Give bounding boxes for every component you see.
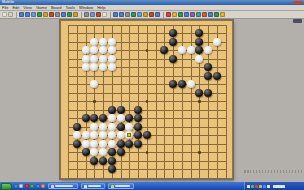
black-stone: [108, 165, 116, 173]
task-button-label: [55, 185, 73, 187]
black-stone: [117, 123, 125, 131]
quick-launch: [12, 184, 45, 188]
white-stone: [99, 46, 107, 54]
quicklaunch-icon-4[interactable]: [36, 184, 40, 188]
grid-line-v: [173, 25, 174, 179]
task-button-icon: [51, 185, 54, 188]
white-stone: [108, 63, 116, 71]
toolbar-icon-23[interactable]: [155, 12, 160, 17]
black-stone: [108, 106, 116, 114]
black-stone: [73, 140, 81, 148]
white-stone: [99, 123, 107, 131]
toolbar-icon-2[interactable]: [19, 12, 24, 17]
menu-item-help[interactable]: Help: [97, 5, 105, 11]
toolbar-icon-8[interactable]: [55, 12, 60, 17]
quicklaunch-icon-3[interactable]: [30, 184, 34, 188]
black-stone: [125, 114, 133, 122]
black-stone: [82, 114, 90, 122]
black-stone: [108, 157, 116, 165]
toolbar-icon-26[interactable]: [178, 12, 183, 17]
hoshi-point: [146, 100, 149, 103]
white-stone: [108, 140, 116, 148]
black-stone: [108, 148, 116, 156]
tray-icon-5[interactable]: [267, 185, 270, 188]
last-move-marker: [127, 133, 131, 137]
white-stone: [204, 46, 212, 54]
tray-icons: [247, 185, 271, 188]
grid-line-v: [156, 25, 157, 179]
task-button-icon: [111, 185, 114, 188]
black-stone: [99, 157, 107, 165]
toolbar-icon-3[interactable]: [25, 12, 30, 17]
white-stone: [108, 55, 116, 63]
toolbar-icon-15[interactable]: [102, 12, 107, 17]
black-stone: [117, 106, 125, 114]
toolbar-separator: [163, 12, 164, 18]
black-stone: [169, 55, 177, 63]
menu-item-window[interactable]: Window: [79, 5, 93, 11]
black-stone: [204, 72, 212, 80]
toolbar-icon-30[interactable]: [202, 12, 207, 17]
tray-icon-2[interactable]: [255, 185, 258, 188]
white-stone: [90, 38, 98, 46]
white-stone: [82, 55, 90, 63]
panel-chip: [293, 19, 302, 23]
black-stone: [195, 89, 203, 97]
start-button[interactable]: [1, 183, 12, 190]
toolbar-icon-7[interactable]: [49, 12, 54, 17]
quicklaunch-icon-2[interactable]: [25, 184, 29, 188]
black-stone: [134, 140, 142, 148]
white-stone: [117, 131, 125, 139]
white-stone: [90, 131, 98, 139]
tray-icon-3[interactable]: [259, 185, 262, 188]
white-stone: [108, 114, 116, 122]
toolbar-icon-16[interactable]: [113, 12, 118, 17]
white-stone: [99, 63, 107, 71]
toolbar-icon-13[interactable]: [90, 12, 95, 17]
black-stone: [117, 148, 125, 156]
grid-line-h: [68, 178, 227, 179]
toolbar-icon-4[interactable]: [31, 12, 36, 17]
toolbar-icon-17[interactable]: [119, 12, 124, 17]
black-stone: [160, 46, 168, 54]
white-stone: [108, 46, 116, 54]
window-controls[interactable]: [293, 1, 303, 4]
task-buttons: [45, 183, 134, 189]
toolbar-icon-10[interactable]: [67, 12, 72, 17]
black-stone: [169, 29, 177, 37]
white-stone: [90, 55, 98, 63]
black-stone: [73, 123, 81, 131]
toolbar-separator: [110, 12, 111, 18]
go-board[interactable]: [60, 20, 233, 179]
menu-item-board[interactable]: Board: [51, 5, 62, 11]
hoshi-point: [93, 100, 96, 103]
white-stone: [82, 46, 90, 54]
toolbar-icon-32[interactable]: [214, 12, 219, 17]
toolbar-icon-22[interactable]: [149, 12, 154, 17]
toolbar-icon-28[interactable]: [190, 12, 195, 17]
taskbar-clock: [273, 185, 285, 188]
black-stone: [134, 131, 142, 139]
quicklaunch-icon-1[interactable]: [19, 184, 23, 188]
grid-line-v: [217, 25, 218, 179]
white-stone: [99, 55, 107, 63]
toolbar-icon-1[interactable]: [8, 12, 13, 17]
tray-icon-4[interactable]: [263, 185, 266, 188]
hoshi-point: [146, 151, 149, 154]
grid-line-v: [226, 25, 227, 179]
white-stone: [213, 38, 221, 46]
toolbar-icon-24[interactable]: [166, 12, 171, 17]
toolbar-icon-29[interactable]: [196, 12, 201, 17]
menu-item-file[interactable]: File: [2, 5, 8, 11]
toolbar-separator: [16, 12, 17, 18]
white-stone: [99, 38, 107, 46]
white-stone: [99, 148, 107, 156]
hoshi-point: [198, 100, 201, 103]
toolbar-icon-5[interactable]: [37, 12, 42, 17]
toolbar-icon-14[interactable]: [96, 12, 101, 17]
white-stone: [187, 46, 195, 54]
app-window: MultiGo FileEditViewGameBoardToolsWindow…: [0, 0, 304, 190]
toolbar-icon-27[interactable]: [184, 12, 189, 17]
grid-line-h: [68, 110, 227, 111]
hoshi-point: [198, 151, 201, 154]
white-stone: [125, 123, 133, 131]
toolbar-icon-25[interactable]: [172, 12, 177, 17]
black-stone: [178, 80, 186, 88]
tray-icon-1[interactable]: [251, 185, 254, 188]
menu-item-view[interactable]: View: [23, 5, 32, 11]
toolbar-icon-11[interactable]: [73, 12, 78, 17]
menu-item-tools[interactable]: Tools: [66, 5, 75, 11]
white-stone: [90, 123, 98, 131]
black-stone: [169, 38, 177, 46]
white-stone: [108, 131, 116, 139]
white-stone: [90, 80, 98, 88]
toolbar-icon-19[interactable]: [131, 12, 136, 17]
white-stone: [90, 148, 98, 156]
task-button-icon: [84, 185, 87, 188]
task-button-0[interactable]: [48, 183, 78, 189]
white-stone: [90, 46, 98, 54]
white-stone: [108, 38, 116, 46]
black-stone: [195, 38, 203, 46]
black-stone: [195, 29, 203, 37]
toolbar-icon-33[interactable]: [220, 12, 225, 17]
black-stone: [90, 157, 98, 165]
white-stone: [178, 46, 186, 54]
toolbar-icon-21[interactable]: [143, 12, 148, 17]
toolbar-icon-0[interactable]: [2, 12, 7, 17]
menu-item-game[interactable]: Game: [36, 5, 47, 11]
white-stone: [108, 123, 116, 131]
black-stone: [195, 46, 203, 54]
hoshi-point: [146, 49, 149, 52]
watermark-text: [244, 170, 302, 174]
toolbar-icon-31[interactable]: [208, 12, 213, 17]
white-stone: [99, 140, 107, 148]
task-button-2[interactable]: [108, 183, 134, 189]
task-button-label: [115, 185, 130, 187]
toolbar-icon-18[interactable]: [125, 12, 130, 17]
system-tray: [244, 182, 304, 190]
toolbar-icon-12[interactable]: [84, 12, 89, 17]
black-stone: [99, 114, 107, 122]
black-stone: [134, 123, 142, 131]
workspace: [0, 19, 304, 182]
menu-item-edit[interactable]: Edit: [12, 5, 19, 11]
black-stone: [213, 72, 221, 80]
black-stone: [90, 114, 98, 122]
white-stone: [73, 131, 81, 139]
black-stone: [204, 89, 212, 97]
white-stone: [99, 131, 107, 139]
toolbar-separator: [81, 12, 82, 18]
quicklaunch-icon-0[interactable]: [14, 184, 18, 188]
grid-line-h: [68, 169, 227, 170]
task-button-1[interactable]: [81, 183, 105, 189]
window-title: MultiGo: [2, 0, 14, 4]
black-stone: [117, 140, 125, 148]
tray-icon-0[interactable]: [247, 185, 250, 188]
white-stone: [90, 140, 98, 148]
black-stone: [169, 80, 177, 88]
white-stone: [90, 63, 98, 71]
toolbar-icon-20[interactable]: [137, 12, 142, 17]
black-stone: [143, 131, 151, 139]
black-stone: [134, 106, 142, 114]
black-stone: [125, 140, 133, 148]
taskbar: [0, 182, 304, 190]
task-button-label: [88, 185, 101, 187]
white-stone: [82, 140, 90, 148]
black-stone: [204, 63, 212, 71]
white-stone: [82, 131, 90, 139]
toolbar-icon-6[interactable]: [43, 12, 48, 17]
white-stone: [117, 114, 125, 122]
white-stone: [82, 63, 90, 71]
white-stone: [195, 55, 203, 63]
black-stone: [134, 114, 142, 122]
black-stone: [82, 148, 90, 156]
toolbar: [0, 11, 304, 19]
white-stone: [187, 80, 195, 88]
toolbar-icon-9[interactable]: [61, 12, 66, 17]
